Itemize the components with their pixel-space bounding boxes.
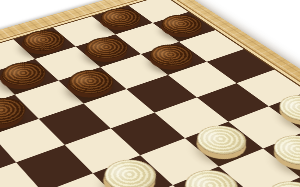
- photo-scene: [0, 0, 300, 187]
- board-frame: [0, 0, 300, 187]
- checkers-board: [0, 0, 300, 187]
- board-grid: [0, 0, 300, 187]
